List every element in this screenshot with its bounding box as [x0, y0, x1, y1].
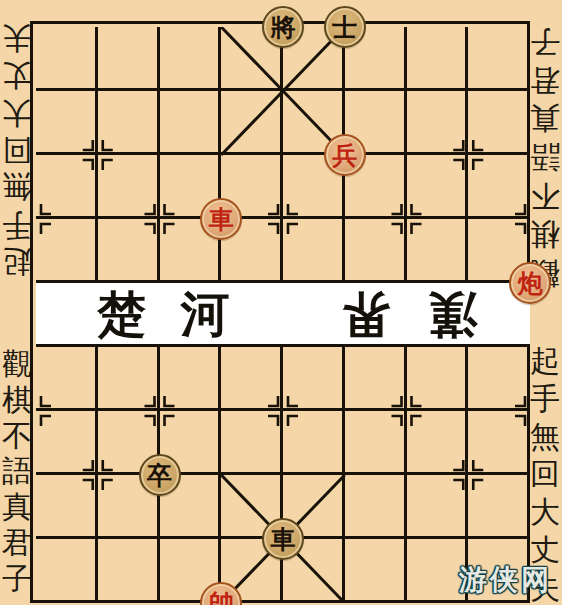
couplet-char: 回	[530, 459, 560, 489]
star-point	[41, 396, 51, 426]
couplet-char: 大	[2, 98, 32, 128]
star-point	[392, 396, 422, 426]
couplet-char: 丈	[2, 60, 32, 90]
piece-black-chariot[interactable]: 車	[262, 518, 304, 560]
piece-black-advisor[interactable]: 士	[324, 6, 366, 48]
couplet-char: 不	[2, 421, 32, 451]
couplet-char: 不	[530, 181, 560, 211]
star-point	[145, 396, 175, 426]
star-point	[392, 204, 422, 234]
star-point	[83, 460, 113, 490]
board-markings	[36, 27, 530, 603]
couplet-left-top: 起手無回大丈夫	[1, 23, 33, 277]
couplet-char: 起	[530, 346, 560, 376]
piece-red-cannon[interactable]: 炮	[509, 262, 551, 304]
couplet-char: 真	[2, 492, 32, 522]
star-point	[268, 396, 298, 426]
couplet-char: 夫	[2, 23, 32, 53]
couplet-char: 語	[2, 456, 32, 486]
star-point	[268, 204, 298, 234]
star-point	[515, 396, 525, 426]
star-point	[453, 140, 483, 170]
star-point	[515, 204, 525, 234]
star-point	[41, 204, 51, 234]
star-point	[145, 204, 175, 234]
star-point	[453, 460, 483, 490]
star-point	[83, 140, 113, 170]
couplet-char: 君	[530, 65, 560, 95]
couplet-char: 起	[2, 247, 32, 277]
couplet-char: 手	[530, 384, 560, 414]
couplet-left-bottom: 觀棋不語真君子	[1, 349, 33, 594]
couplet-char: 子	[530, 26, 560, 56]
xiangqi-diagram: 起手無回大丈夫 觀棋不語真君子 觀棋不語真君子 起手無回大丈夫 楚河 漢界 將士…	[0, 0, 562, 605]
couplet-char: 無	[530, 422, 560, 452]
piece-red-chariot[interactable]: 車	[200, 198, 242, 240]
couplet-char: 回	[2, 135, 32, 165]
couplet-right-top: 觀棋不語真君子	[529, 26, 561, 288]
couplet-char: 棋	[2, 385, 32, 415]
couplet-char: 觀	[2, 349, 32, 379]
piece-red-soldier[interactable]: 兵	[324, 134, 366, 176]
couplet-char: 手	[2, 210, 32, 240]
couplet-char: 大	[530, 497, 560, 527]
couplet-char: 無	[2, 172, 32, 202]
couplet-char: 語	[530, 142, 560, 172]
couplet-char: 真	[530, 103, 560, 133]
xiangqi-board: 楚河 漢界 將士兵車炮卒車帥	[30, 21, 530, 603]
watermark: 游侠网	[459, 561, 552, 599]
couplet-char: 子	[2, 564, 32, 594]
piece-black-general[interactable]: 將	[262, 6, 304, 48]
couplet-char: 棋	[530, 219, 560, 249]
piece-black-soldier[interactable]: 卒	[139, 454, 181, 496]
couplet-char: 君	[2, 528, 32, 558]
